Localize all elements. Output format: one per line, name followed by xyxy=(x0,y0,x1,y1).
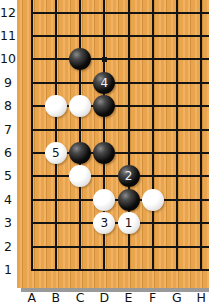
row-label-2: 2 xyxy=(0,239,16,255)
grid-line-vertical xyxy=(31,0,33,271)
column-label-H: H xyxy=(193,290,209,306)
row-label-6: 6 xyxy=(0,145,16,161)
column-label-C: C xyxy=(72,290,88,306)
stone-white-D4[interactable] xyxy=(93,189,115,211)
column-label-D: D xyxy=(96,290,112,306)
stone-black-D9[interactable]: 4 xyxy=(93,72,115,94)
stone-white-E3[interactable]: 1 xyxy=(118,212,140,234)
grid-line-horizontal xyxy=(31,82,209,84)
column-label-A: A xyxy=(24,290,40,306)
column-label-F: F xyxy=(145,290,161,306)
row-label-8: 8 xyxy=(0,98,16,114)
grid-line-vertical xyxy=(152,0,154,271)
row-label-4: 4 xyxy=(0,192,16,208)
row-label-5: 5 xyxy=(0,168,16,184)
stone-white-B8[interactable] xyxy=(45,95,67,117)
column-label-E: E xyxy=(121,290,137,306)
stone-black-C6[interactable] xyxy=(69,142,91,164)
grid-line-horizontal xyxy=(31,58,209,60)
grid-line-horizontal xyxy=(31,12,209,14)
grid-line-vertical xyxy=(79,0,81,271)
stone-white-B6[interactable]: 5 xyxy=(45,142,67,164)
grid-line-horizontal xyxy=(31,246,209,248)
grid-line-vertical xyxy=(200,0,202,271)
row-label-9: 9 xyxy=(0,75,16,91)
go-board-diagram: 45231 121110987654321 ABCDEFGH xyxy=(0,0,209,308)
row-label-1: 1 xyxy=(0,262,16,278)
grid-line-horizontal xyxy=(31,35,209,37)
grid-line-vertical xyxy=(55,0,57,271)
stone-black-E5[interactable]: 2 xyxy=(118,165,140,187)
column-label-B: B xyxy=(48,290,64,306)
grid-line-horizontal xyxy=(31,269,209,271)
row-label-11: 11 xyxy=(0,28,16,44)
grid-line-horizontal xyxy=(31,129,209,131)
column-label-G: G xyxy=(169,290,185,306)
stone-black-E4[interactable] xyxy=(118,189,140,211)
row-label-7: 7 xyxy=(0,122,16,138)
row-label-12: 12 xyxy=(0,5,16,21)
row-label-10: 10 xyxy=(0,51,16,67)
grid-line-vertical xyxy=(176,0,178,271)
stone-white-F4[interactable] xyxy=(142,189,164,211)
star-point-D10 xyxy=(102,57,107,62)
row-label-3: 3 xyxy=(0,215,16,231)
